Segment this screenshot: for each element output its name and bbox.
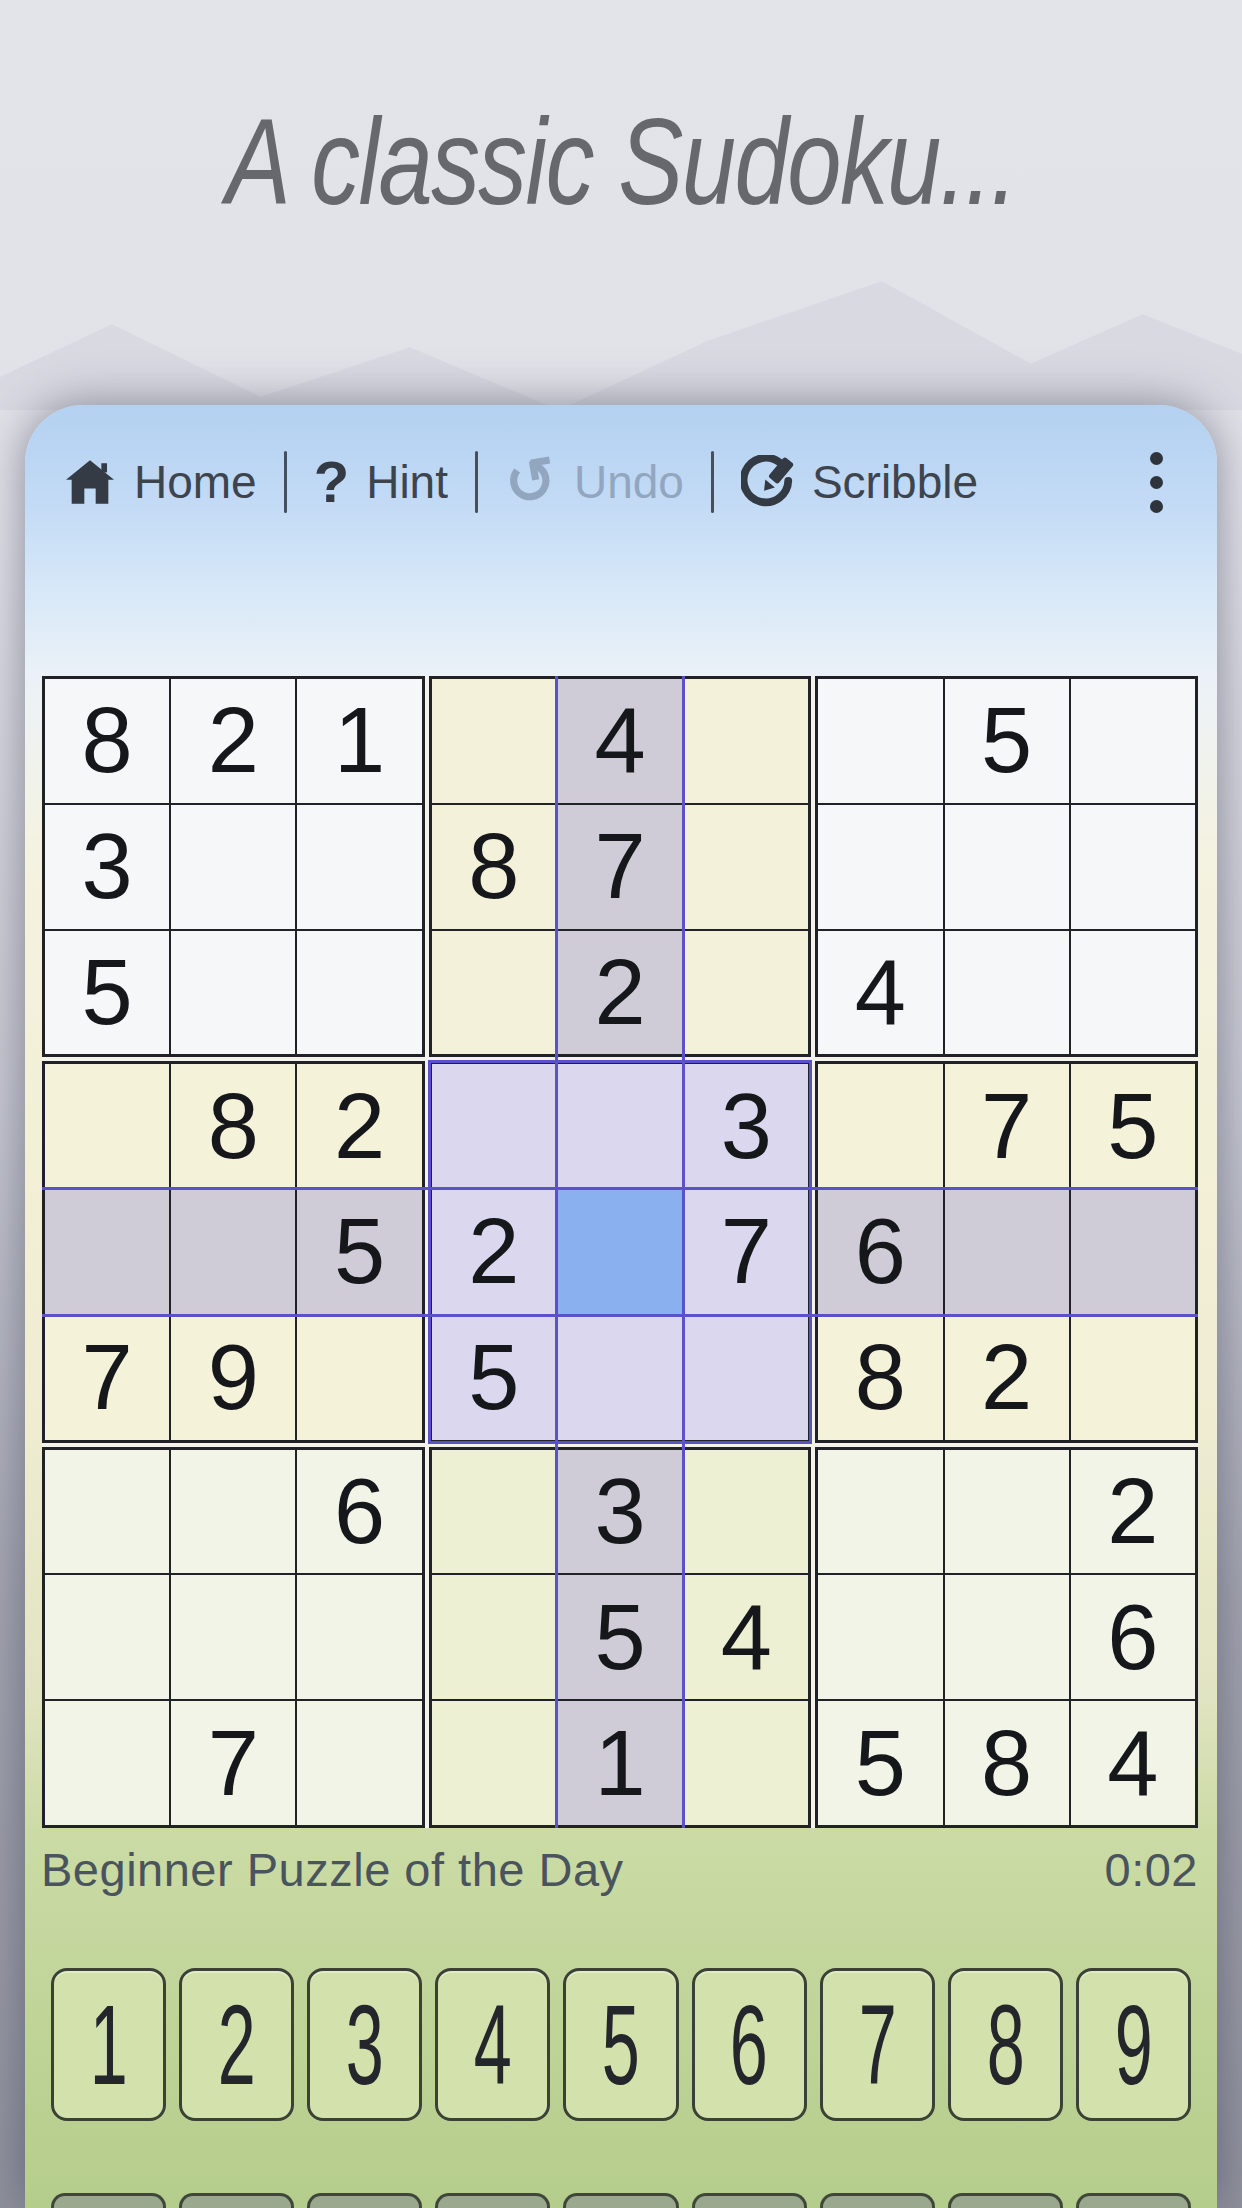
cell-r9c1[interactable] bbox=[45, 1701, 169, 1825]
cell-r1c8[interactable]: 5 bbox=[945, 679, 1069, 803]
scribble-button[interactable]: Scribble bbox=[741, 455, 978, 509]
numpad-1-digit: 1 bbox=[90, 1988, 128, 2102]
cell-r2c3[interactable] bbox=[297, 805, 421, 929]
puzzle-name-label: Beginner Puzzle of the Day bbox=[41, 1842, 624, 1897]
pencil-key-1-peek[interactable] bbox=[51, 2193, 166, 2208]
cell-r8c2[interactable] bbox=[171, 1575, 295, 1699]
cell-r2c1[interactable]: 3 bbox=[45, 805, 169, 929]
cell-r1c9[interactable] bbox=[1071, 679, 1195, 803]
cell-r5c7[interactable]: 6 bbox=[818, 1190, 942, 1314]
numpad-6[interactable]: 6 bbox=[692, 1968, 807, 2121]
cell-r5c6[interactable]: 7 bbox=[684, 1190, 808, 1314]
box-2: 4872 bbox=[429, 676, 812, 1057]
undo-button[interactable]: ↺ Undo bbox=[505, 451, 684, 513]
box-6: 75682 bbox=[815, 1061, 1198, 1442]
toolbar: Home ? Hint ↺ Undo S bbox=[25, 405, 1217, 545]
cell-r6c6[interactable] bbox=[684, 1316, 808, 1440]
cell-r5c4[interactable]: 2 bbox=[432, 1190, 556, 1314]
home-button[interactable]: Home bbox=[63, 455, 257, 509]
numpad-4[interactable]: 4 bbox=[435, 1968, 550, 2121]
cell-r3c7[interactable]: 4 bbox=[818, 931, 942, 1055]
cell-r6c5[interactable] bbox=[558, 1316, 682, 1440]
numpad-2[interactable]: 2 bbox=[179, 1968, 294, 2121]
sudoku-board: 821354872548257932757568267354126584 bbox=[42, 676, 1198, 1828]
numpad-8-digit: 8 bbox=[986, 1988, 1024, 2102]
cell-r3c6[interactable] bbox=[684, 931, 808, 1055]
cell-r1c7[interactable] bbox=[818, 679, 942, 803]
cell-r5c3[interactable]: 5 bbox=[297, 1190, 421, 1314]
cell-r6c1[interactable]: 7 bbox=[45, 1316, 169, 1440]
numpad-5-digit: 5 bbox=[602, 1988, 640, 2102]
cell-r9c8[interactable]: 8 bbox=[945, 1701, 1069, 1825]
cell-r9c9[interactable]: 4 bbox=[1071, 1701, 1195, 1825]
box-7: 67 bbox=[42, 1447, 425, 1828]
cell-r7c3[interactable]: 6 bbox=[297, 1450, 421, 1574]
cell-r6c8[interactable]: 2 bbox=[945, 1316, 1069, 1440]
box-5: 3275 bbox=[429, 1061, 812, 1442]
pencil-key-7-peek[interactable] bbox=[820, 2193, 935, 2208]
pencil-key-3-peek[interactable] bbox=[307, 2193, 422, 2208]
box-4: 82579 bbox=[42, 1061, 425, 1442]
cell-r5c1[interactable] bbox=[45, 1190, 169, 1314]
cell-r5c8[interactable] bbox=[945, 1190, 1069, 1314]
cell-r2c5[interactable]: 7 bbox=[558, 805, 682, 929]
cell-r2c9[interactable] bbox=[1071, 805, 1195, 929]
numpad-6-digit: 6 bbox=[730, 1988, 768, 2102]
cell-r4c2[interactable]: 8 bbox=[171, 1064, 295, 1188]
cell-r1c3[interactable]: 1 bbox=[297, 679, 421, 803]
numpad-9[interactable]: 9 bbox=[1076, 1968, 1191, 2121]
cell-r6c4[interactable]: 5 bbox=[432, 1316, 556, 1440]
cell-r4c4[interactable] bbox=[432, 1064, 556, 1188]
house-icon bbox=[63, 458, 117, 506]
cell-r6c2[interactable]: 9 bbox=[171, 1316, 295, 1440]
cell-r1c2[interactable]: 2 bbox=[171, 679, 295, 803]
cell-r4c5[interactable] bbox=[558, 1064, 682, 1188]
overflow-menu-button[interactable] bbox=[1150, 452, 1171, 513]
cell-r4c7[interactable] bbox=[818, 1064, 942, 1188]
status-bar: Beginner Puzzle of the Day 0:02 bbox=[41, 1842, 1198, 1897]
cell-r8c5[interactable]: 5 bbox=[558, 1575, 682, 1699]
pencil-key-5-peek[interactable] bbox=[563, 2193, 678, 2208]
cell-r3c1[interactable]: 5 bbox=[45, 931, 169, 1055]
undo-label: Undo bbox=[574, 455, 684, 509]
cell-r2c2[interactable] bbox=[171, 805, 295, 929]
numpad-7-digit: 7 bbox=[858, 1988, 896, 2102]
mountain-silhouette bbox=[0, 245, 1242, 410]
scribble-label: Scribble bbox=[812, 455, 978, 509]
cell-r6c9[interactable] bbox=[1071, 1316, 1195, 1440]
cell-r8c4[interactable] bbox=[432, 1575, 556, 1699]
cell-r2c8[interactable] bbox=[945, 805, 1069, 929]
box-9: 26584 bbox=[815, 1447, 1198, 1828]
pencil-key-2-peek[interactable] bbox=[179, 2193, 294, 2208]
box-3: 54 bbox=[815, 676, 1198, 1057]
cell-r8c6[interactable]: 4 bbox=[684, 1575, 808, 1699]
cell-r7c7[interactable] bbox=[818, 1450, 942, 1574]
numpad-5[interactable]: 5 bbox=[563, 1968, 678, 2121]
cell-r7c6[interactable] bbox=[684, 1450, 808, 1574]
cell-r1c1[interactable]: 8 bbox=[45, 679, 169, 803]
cell-r3c8[interactable] bbox=[945, 931, 1069, 1055]
home-label: Home bbox=[134, 455, 257, 509]
cell-r9c4[interactable] bbox=[432, 1701, 556, 1825]
numpad-9-digit: 9 bbox=[1114, 1988, 1152, 2102]
hint-label: Hint bbox=[366, 455, 448, 509]
cell-r9c7[interactable]: 5 bbox=[818, 1701, 942, 1825]
numpad-7[interactable]: 7 bbox=[820, 1968, 935, 2121]
pencil-key-8-peek[interactable] bbox=[948, 2193, 1063, 2208]
cell-r7c1[interactable] bbox=[45, 1450, 169, 1574]
numpad-3[interactable]: 3 bbox=[307, 1968, 422, 2121]
cell-r4c9[interactable]: 5 bbox=[1071, 1064, 1195, 1188]
numpad-3-digit: 3 bbox=[346, 1988, 384, 2102]
box-1: 82135 bbox=[42, 676, 425, 1057]
pencil-key-9-peek[interactable] bbox=[1076, 2193, 1191, 2208]
app-card: Home ? Hint ↺ Undo S bbox=[25, 405, 1217, 2208]
pencil-circle-icon bbox=[741, 455, 795, 509]
cell-r7c2[interactable] bbox=[171, 1450, 295, 1574]
cell-r9c5[interactable]: 1 bbox=[558, 1701, 682, 1825]
cell-r7c8[interactable] bbox=[945, 1450, 1069, 1574]
cell-r3c9[interactable] bbox=[1071, 931, 1195, 1055]
cell-r6c7[interactable]: 8 bbox=[818, 1316, 942, 1440]
cell-r8c8[interactable] bbox=[945, 1575, 1069, 1699]
cell-r5c9[interactable] bbox=[1071, 1190, 1195, 1314]
cell-r9c3[interactable] bbox=[297, 1701, 421, 1825]
cell-r8c7[interactable] bbox=[818, 1575, 942, 1699]
cell-r3c4[interactable] bbox=[432, 931, 556, 1055]
cell-r1c5[interactable]: 4 bbox=[558, 679, 682, 803]
cell-r3c3[interactable] bbox=[297, 931, 421, 1055]
pencil-key-4-peek[interactable] bbox=[435, 2193, 550, 2208]
page-title: A classic Sudoku... bbox=[0, 92, 1242, 232]
cell-r7c4[interactable] bbox=[432, 1450, 556, 1574]
screen: A classic Sudoku... Home ? Hint ↺ Undo bbox=[0, 0, 1242, 2208]
cell-r1c4[interactable] bbox=[432, 679, 556, 803]
timer: 0:02 bbox=[1105, 1842, 1198, 1897]
toolbar-divider bbox=[475, 451, 478, 513]
numpad: 123456789 bbox=[51, 1968, 1191, 2121]
pencil-row-peek bbox=[51, 2193, 1191, 2208]
cell-r7c9[interactable]: 2 bbox=[1071, 1450, 1195, 1574]
cell-r4c3[interactable]: 2 bbox=[297, 1064, 421, 1188]
cell-r3c5[interactable]: 2 bbox=[558, 931, 682, 1055]
cell-r3c2[interactable] bbox=[171, 931, 295, 1055]
cell-r4c6[interactable]: 3 bbox=[684, 1064, 808, 1188]
numpad-4-digit: 4 bbox=[474, 1988, 512, 2102]
cell-r8c3[interactable] bbox=[297, 1575, 421, 1699]
cell-r1c6[interactable] bbox=[684, 679, 808, 803]
numpad-2-digit: 2 bbox=[218, 1988, 256, 2102]
cell-r8c1[interactable] bbox=[45, 1575, 169, 1699]
hint-button[interactable]: ? Hint bbox=[314, 453, 448, 511]
toolbar-divider bbox=[711, 451, 714, 513]
cell-r2c7[interactable] bbox=[818, 805, 942, 929]
cell-r4c8[interactable]: 7 bbox=[945, 1064, 1069, 1188]
box-8: 3541 bbox=[429, 1447, 812, 1828]
cell-r7c5[interactable]: 3 bbox=[558, 1450, 682, 1574]
kebab-menu-icon bbox=[1150, 452, 1163, 465]
cell-r4c1[interactable] bbox=[45, 1064, 169, 1188]
cell-r9c6[interactable] bbox=[684, 1701, 808, 1825]
numpad-1[interactable]: 1 bbox=[51, 1968, 166, 2121]
cell-r5c2[interactable] bbox=[171, 1190, 295, 1314]
question-icon: ? bbox=[314, 453, 349, 511]
numpad-8[interactable]: 8 bbox=[948, 1968, 1063, 2121]
undo-arrow-icon: ↺ bbox=[500, 447, 562, 517]
cell-r5c5[interactable] bbox=[558, 1190, 682, 1314]
cell-r2c4[interactable]: 8 bbox=[432, 805, 556, 929]
cell-r6c3[interactable] bbox=[297, 1316, 421, 1440]
toolbar-divider bbox=[284, 451, 287, 513]
cell-r2c6[interactable] bbox=[684, 805, 808, 929]
cell-r8c9[interactable]: 6 bbox=[1071, 1575, 1195, 1699]
pencil-key-6-peek[interactable] bbox=[692, 2193, 807, 2208]
cell-r9c2[interactable]: 7 bbox=[171, 1701, 295, 1825]
